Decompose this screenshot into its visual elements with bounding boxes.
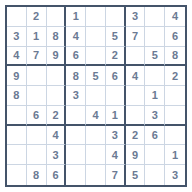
- cell-r5c5[interactable]: [86, 86, 106, 106]
- cell-r8c1[interactable]: [7, 145, 27, 165]
- cell-r6c3[interactable]: 2: [47, 106, 67, 126]
- cell-r4c7[interactable]: 4: [126, 66, 146, 86]
- cell-r1c5[interactable]: [86, 7, 106, 27]
- cell-r6c8[interactable]: 3: [145, 106, 165, 126]
- cell-r5c3[interactable]: [47, 86, 67, 106]
- cell-r1c8[interactable]: [145, 7, 165, 27]
- cell-r6c4[interactable]: [66, 106, 86, 126]
- cell-r2c9[interactable]: 6: [165, 27, 185, 47]
- cell-r6c5[interactable]: 4: [86, 106, 106, 126]
- cell-r2c4[interactable]: 4: [66, 27, 86, 47]
- cell-r2c1[interactable]: 3: [7, 27, 27, 47]
- cell-r5c4[interactable]: 3: [66, 86, 86, 106]
- cell-r3c3[interactable]: 9: [47, 47, 67, 67]
- cell-r4c5[interactable]: 5: [86, 66, 106, 86]
- cell-r7c1[interactable]: [7, 126, 27, 146]
- cell-r9c7[interactable]: 5: [126, 165, 146, 185]
- cell-r9c8[interactable]: [145, 165, 165, 185]
- cell-r6c2[interactable]: 6: [27, 106, 47, 126]
- cell-r9c2[interactable]: 8: [27, 165, 47, 185]
- cell-r7c2[interactable]: [27, 126, 47, 146]
- cell-r8c8[interactable]: [145, 145, 165, 165]
- sudoku-board: 2134318457647962589856428316241343263491…: [5, 5, 187, 187]
- cell-r3c4[interactable]: 6: [66, 47, 86, 67]
- cell-r8c2[interactable]: [27, 145, 47, 165]
- cell-r2c6[interactable]: 5: [106, 27, 126, 47]
- cell-r1c4[interactable]: 1: [66, 7, 86, 27]
- cell-r3c9[interactable]: 8: [165, 47, 185, 67]
- cell-r7c7[interactable]: 2: [126, 126, 146, 146]
- cell-r3c5[interactable]: [86, 47, 106, 67]
- cell-r9c6[interactable]: 7: [106, 165, 126, 185]
- cell-r9c9[interactable]: 3: [165, 165, 185, 185]
- cell-r4c8[interactable]: [145, 66, 165, 86]
- cell-r2c8[interactable]: [145, 27, 165, 47]
- cell-r7c4[interactable]: [66, 126, 86, 146]
- cell-r8c4[interactable]: [66, 145, 86, 165]
- cell-r7c6[interactable]: 3: [106, 126, 126, 146]
- cell-r8c9[interactable]: 1: [165, 145, 185, 165]
- cell-r8c5[interactable]: [86, 145, 106, 165]
- cell-r2c2[interactable]: 1: [27, 27, 47, 47]
- cell-r1c9[interactable]: 4: [165, 7, 185, 27]
- cell-r1c1[interactable]: [7, 7, 27, 27]
- cell-r4c6[interactable]: 6: [106, 66, 126, 86]
- cell-r1c7[interactable]: 3: [126, 7, 146, 27]
- cell-r5c2[interactable]: [27, 86, 47, 106]
- cell-r9c3[interactable]: 6: [47, 165, 67, 185]
- cell-r7c5[interactable]: [86, 126, 106, 146]
- cell-r9c4[interactable]: [66, 165, 86, 185]
- cell-r4c9[interactable]: 2: [165, 66, 185, 86]
- cell-r5c7[interactable]: [126, 86, 146, 106]
- cell-r8c6[interactable]: 4: [106, 145, 126, 165]
- cell-r5c1[interactable]: 8: [7, 86, 27, 106]
- cell-r7c9[interactable]: [165, 126, 185, 146]
- cell-r2c3[interactable]: 8: [47, 27, 67, 47]
- cell-r8c7[interactable]: 9: [126, 145, 146, 165]
- cell-r2c5[interactable]: [86, 27, 106, 47]
- cell-r2c7[interactable]: 7: [126, 27, 146, 47]
- cell-r3c8[interactable]: 5: [145, 47, 165, 67]
- cell-r3c2[interactable]: 7: [27, 47, 47, 67]
- cell-r3c6[interactable]: 2: [106, 47, 126, 67]
- cell-r5c9[interactable]: [165, 86, 185, 106]
- cell-r1c6[interactable]: [106, 7, 126, 27]
- cell-r7c8[interactable]: 6: [145, 126, 165, 146]
- cell-r5c6[interactable]: [106, 86, 126, 106]
- cell-r9c5[interactable]: [86, 165, 106, 185]
- cell-r6c6[interactable]: 1: [106, 106, 126, 126]
- cell-r7c3[interactable]: 4: [47, 126, 67, 146]
- cell-r4c3[interactable]: [47, 66, 67, 86]
- cell-r6c9[interactable]: [165, 106, 185, 126]
- cell-r5c8[interactable]: 1: [145, 86, 165, 106]
- cell-r8c3[interactable]: 3: [47, 145, 67, 165]
- cell-r1c3[interactable]: [47, 7, 67, 27]
- cell-r4c2[interactable]: [27, 66, 47, 86]
- cell-r6c1[interactable]: [7, 106, 27, 126]
- cell-r1c2[interactable]: 2: [27, 7, 47, 27]
- cell-r3c7[interactable]: [126, 47, 146, 67]
- cell-r3c1[interactable]: 4: [7, 47, 27, 67]
- cell-r4c4[interactable]: 8: [66, 66, 86, 86]
- cell-r9c1[interactable]: [7, 165, 27, 185]
- cell-r4c1[interactable]: 9: [7, 66, 27, 86]
- cell-r6c7[interactable]: [126, 106, 146, 126]
